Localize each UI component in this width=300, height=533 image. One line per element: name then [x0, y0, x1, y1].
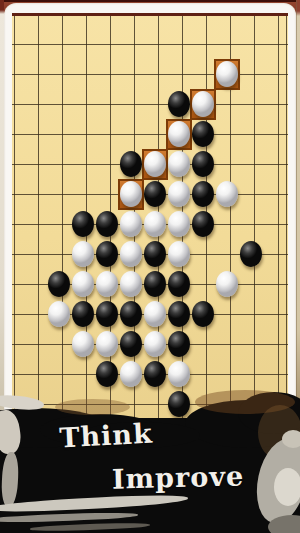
grid-line	[278, 15, 279, 419]
black-stone	[192, 121, 214, 147]
white-stone	[72, 241, 94, 267]
white-stone	[168, 241, 190, 267]
gomoku-board[interactable]	[12, 13, 288, 420]
grid-line	[38, 15, 39, 419]
white-stone	[168, 181, 190, 207]
black-stone	[72, 211, 94, 237]
white-stone	[216, 181, 238, 207]
black-stone	[192, 211, 214, 237]
white-stone	[144, 211, 166, 237]
grid-line	[62, 15, 63, 419]
black-stone	[168, 331, 190, 357]
black-stone	[192, 151, 214, 177]
grid-line	[14, 15, 15, 419]
white-stone	[72, 271, 94, 297]
black-stone	[144, 241, 166, 267]
board-edge-line	[286, 15, 287, 419]
grid-line	[12, 74, 288, 75]
ink-brush-footer: Think Improve	[0, 380, 300, 533]
grid-line	[254, 15, 255, 419]
black-stone	[144, 181, 166, 207]
white-stone	[144, 331, 166, 357]
grid-line	[12, 44, 288, 45]
black-stone	[48, 271, 70, 297]
slogan-think: Think	[55, 417, 156, 453]
brush-stroke	[274, 468, 300, 506]
slogan-improve: Improve	[110, 460, 247, 495]
white-stone	[96, 271, 118, 297]
grid-line	[12, 104, 288, 105]
black-stone	[168, 271, 190, 297]
black-stone	[120, 151, 142, 177]
black-stone	[96, 301, 118, 327]
white-stone	[120, 211, 142, 237]
white-stone	[144, 301, 166, 327]
white-stone-marked	[144, 151, 166, 177]
white-stone-marked	[120, 181, 142, 207]
white-stone	[72, 331, 94, 357]
black-stone	[120, 301, 142, 327]
white-stone	[168, 151, 190, 177]
white-stone	[120, 241, 142, 267]
black-stone	[192, 181, 214, 207]
white-stone	[120, 271, 142, 297]
white-stone	[48, 301, 70, 327]
black-stone	[120, 331, 142, 357]
black-stone	[168, 301, 190, 327]
white-stone-marked	[216, 61, 238, 87]
white-stone	[168, 211, 190, 237]
ink-smear	[55, 399, 130, 415]
white-stone	[96, 331, 118, 357]
black-stone	[144, 271, 166, 297]
app-screen: Think Improve	[0, 0, 300, 533]
black-stone	[240, 241, 262, 267]
black-stone	[192, 301, 214, 327]
white-stone	[216, 271, 238, 297]
black-stone	[96, 241, 118, 267]
black-stone	[96, 211, 118, 237]
white-stone-marked	[192, 91, 214, 117]
white-stone-marked	[168, 121, 190, 147]
brush-stroke	[282, 430, 300, 448]
black-stone	[168, 91, 190, 117]
black-stone	[72, 301, 94, 327]
grid-line	[12, 134, 288, 135]
